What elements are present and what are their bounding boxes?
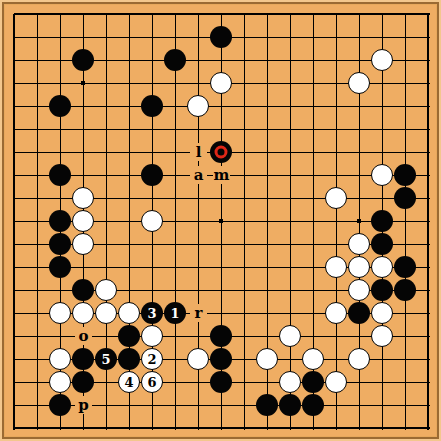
grid-line-horizontal (14, 427, 430, 429)
white-stone (325, 187, 347, 209)
grid-line-vertical (290, 14, 291, 430)
black-stone (371, 210, 393, 232)
white-stone (348, 72, 370, 94)
white-stone (72, 210, 94, 232)
grid-line-vertical (427, 14, 429, 430)
black-stone (210, 141, 232, 163)
black-stone (141, 164, 163, 186)
black-stone (49, 164, 71, 186)
grid-line-vertical (13, 14, 15, 430)
move-number: 2 (147, 353, 156, 366)
white-stone (72, 233, 94, 255)
black-stone (371, 233, 393, 255)
white-stone (348, 279, 370, 301)
black-stone (371, 279, 393, 301)
black-stone (164, 49, 186, 71)
white-stone (118, 302, 140, 324)
grid-line-vertical (244, 14, 245, 430)
go-board: 315246lamrop (0, 0, 441, 441)
white-stone (210, 72, 232, 94)
black-stone (210, 26, 232, 48)
move-number: 5 (101, 353, 110, 366)
black-stone (394, 279, 416, 301)
black-stone (72, 371, 94, 393)
point-label-p: p (75, 396, 92, 414)
circle-mark (215, 146, 228, 159)
white-stone (348, 256, 370, 278)
black-stone (210, 325, 232, 347)
grid-line-vertical (336, 14, 337, 430)
black-stone: 3 (141, 302, 163, 324)
black-stone (348, 302, 370, 324)
point-label-o: o (75, 327, 92, 345)
move-number: 6 (147, 376, 156, 389)
white-stone (49, 302, 71, 324)
grid-line-horizontal (14, 13, 430, 15)
white-stone: 2 (141, 348, 163, 370)
black-stone (49, 233, 71, 255)
white-stone (187, 95, 209, 117)
black-stone (49, 394, 71, 416)
black-stone (210, 348, 232, 370)
white-stone (348, 348, 370, 370)
white-stone (141, 210, 163, 232)
black-stone (118, 325, 140, 347)
point-label-l: l (190, 143, 207, 161)
white-stone (187, 348, 209, 370)
grid-line-vertical (37, 14, 38, 430)
white-stone (49, 371, 71, 393)
grid-line-vertical (175, 14, 176, 430)
point-label-m: m (213, 166, 230, 184)
white-stone (72, 187, 94, 209)
black-stone (49, 95, 71, 117)
black-stone (394, 187, 416, 209)
black-stone (49, 210, 71, 232)
black-stone: 1 (164, 302, 186, 324)
white-stone: 6 (141, 371, 163, 393)
black-stone (72, 49, 94, 71)
white-stone (49, 348, 71, 370)
grid-line-horizontal (14, 129, 430, 130)
black-stone (394, 256, 416, 278)
point-label-a: a (190, 166, 207, 184)
white-stone (371, 256, 393, 278)
move-number: 4 (124, 376, 133, 389)
black-stone (49, 256, 71, 278)
white-stone (325, 302, 347, 324)
white-stone (279, 325, 301, 347)
white-stone (95, 302, 117, 324)
white-stone (371, 49, 393, 71)
black-stone (118, 348, 140, 370)
white-stone (371, 302, 393, 324)
grid-line-vertical (405, 14, 406, 430)
white-stone (325, 371, 347, 393)
white-stone (256, 348, 278, 370)
grid-line-horizontal (14, 106, 430, 107)
black-stone: 5 (95, 348, 117, 370)
star-point (219, 219, 223, 223)
white-stone (279, 371, 301, 393)
white-stone (325, 256, 347, 278)
black-stone (72, 348, 94, 370)
move-number: 3 (147, 307, 156, 320)
black-stone (141, 95, 163, 117)
black-stone (302, 394, 324, 416)
white-stone (302, 348, 324, 370)
white-stone (72, 302, 94, 324)
black-stone (210, 371, 232, 393)
star-point (357, 219, 361, 223)
move-number: 1 (170, 307, 179, 320)
white-stone (371, 164, 393, 186)
white-stone (95, 279, 117, 301)
white-stone (348, 233, 370, 255)
white-stone: 4 (118, 371, 140, 393)
black-stone (72, 279, 94, 301)
black-stone (394, 164, 416, 186)
black-stone (302, 371, 324, 393)
star-point (81, 81, 85, 85)
white-stone (141, 325, 163, 347)
white-stone (371, 325, 393, 347)
black-stone (279, 394, 301, 416)
black-stone (256, 394, 278, 416)
point-label-r: r (190, 304, 207, 322)
